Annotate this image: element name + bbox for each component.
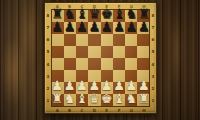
coordinate-label: 4 xyxy=(151,58,156,70)
coordinate-label: E xyxy=(101,107,113,113)
coordinate-label: 6 xyxy=(151,34,156,46)
coordinate-label: 6 xyxy=(46,34,51,46)
coordinate-label: 1 xyxy=(46,95,51,107)
piece-black-pawn-h7[interactable]: ♟ xyxy=(138,20,150,33)
coordinate-label: 7 xyxy=(151,21,156,33)
piece-black-pawn-e7[interactable]: ♟ xyxy=(101,20,113,33)
coordinate-label: B xyxy=(63,107,75,113)
coordinate-label: H xyxy=(138,107,150,113)
piece-white-bishop-c1[interactable]: ♝ xyxy=(76,92,88,105)
piece-white-rook-h1[interactable]: ♜ xyxy=(138,92,150,105)
coordinate-label: 2 xyxy=(151,83,156,95)
coordinate-label: 5 xyxy=(46,46,51,58)
piece-white-knight-b1[interactable]: ♞ xyxy=(63,92,75,105)
coordinate-label: 8 xyxy=(46,9,51,21)
coordinate-label: A xyxy=(51,107,63,113)
piece-black-pawn-d7[interactable]: ♟ xyxy=(88,20,100,33)
chess-board: ♜♞♝♛♚♝♞♜♟♟♟♟♟♟♟♟♟♟♟♟♟♟♟♟♜♞♝♛♚♝♞♜ 8765432… xyxy=(44,2,157,114)
board-pieces: ♜♞♝♛♚♝♞♜♟♟♟♟♟♟♟♟♟♟♟♟♟♟♟♟♜♞♝♛♚♝♞♜ xyxy=(51,9,150,107)
coordinate-label: C xyxy=(76,107,88,113)
piece-black-pawn-b7[interactable]: ♟ xyxy=(63,20,75,33)
piece-white-bishop-f1[interactable]: ♝ xyxy=(113,92,125,105)
coordinate-label: 8 xyxy=(151,9,156,21)
coordinate-label: F xyxy=(113,107,125,113)
piece-black-pawn-f7[interactable]: ♟ xyxy=(113,20,125,33)
piece-white-rook-a1[interactable]: ♜ xyxy=(51,92,63,105)
rank-labels-right: 87654321 xyxy=(151,9,156,107)
piece-white-knight-g1[interactable]: ♞ xyxy=(125,92,137,105)
rank-labels-left: 87654321 xyxy=(46,9,51,107)
coordinate-label: 2 xyxy=(46,83,51,95)
piece-black-pawn-g7[interactable]: ♟ xyxy=(125,20,137,33)
coordinate-label: 3 xyxy=(46,70,51,82)
coordinate-label: 1 xyxy=(151,95,156,107)
coordinate-label: 3 xyxy=(151,70,156,82)
coordinate-label: 7 xyxy=(46,21,51,33)
coordinate-label: 4 xyxy=(46,58,51,70)
coordinate-label: G xyxy=(125,107,137,113)
piece-black-pawn-a7[interactable]: ♟ xyxy=(51,20,63,33)
file-labels-bottom: ABCDEFGH xyxy=(51,107,150,113)
piece-black-pawn-c7[interactable]: ♟ xyxy=(76,20,88,33)
chess-photo-scene: ♜♞♝♛♚♝♞♜♟♟♟♟♟♟♟♟♟♟♟♟♟♟♟♟♜♞♝♛♚♝♞♜ 8765432… xyxy=(0,0,200,120)
piece-white-queen-d1[interactable]: ♛ xyxy=(88,92,100,105)
coordinate-label: D xyxy=(88,107,100,113)
coordinate-label: 5 xyxy=(151,46,156,58)
piece-white-king-e1[interactable]: ♚ xyxy=(101,92,113,105)
